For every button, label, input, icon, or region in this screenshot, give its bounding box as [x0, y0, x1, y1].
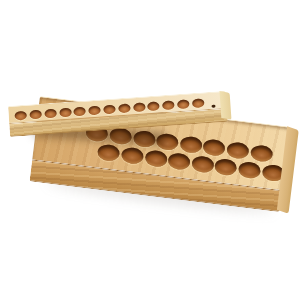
pit-upper_rail-r1-c13 [192, 98, 205, 108]
pit-lower_board-r2-c2 [120, 146, 144, 165]
pit-lower_board-r2-c7 [238, 161, 262, 180]
pit-lower_board-r2-c1 [97, 144, 121, 163]
pit-lower_board-r2-c3 [144, 149, 168, 168]
pit-upper_rail-r1-c9 [133, 102, 146, 112]
product-photo-canvas [0, 0, 300, 300]
pit-lower_board-r1-c7 [226, 141, 250, 160]
pit-lower_board-r1-c6 [203, 138, 227, 157]
pit-lower_board-r2-c6 [214, 158, 238, 177]
pit-lower_board-r1-c5 [179, 135, 203, 154]
pit-upper_rail-r1-c1 [15, 110, 28, 120]
pit-lower_board-r2-c4 [167, 152, 191, 171]
pit-lower_board-r2-c5 [191, 155, 215, 174]
pit-upper_rail-r1-c2 [29, 109, 42, 119]
pit-upper_rail-r1-c6 [88, 105, 101, 115]
pit-lower_board-r1-c8 [249, 144, 273, 163]
pit-upper_rail-r1-c8 [118, 103, 131, 113]
pit-upper_rail-r1-c12 [177, 99, 190, 109]
pit-upper_rail-r1-c10 [147, 101, 160, 111]
pit-upper_rail-r1-c4 [59, 107, 72, 117]
pit-upper_rail-r1-c7 [103, 104, 116, 114]
pit-upper_rail-r1-c5 [74, 106, 87, 116]
pit-upper_rail-r1-c3 [44, 108, 57, 118]
pit-upper_rail-r1-c11 [162, 100, 175, 110]
upper-rail-end-face [219, 91, 231, 120]
